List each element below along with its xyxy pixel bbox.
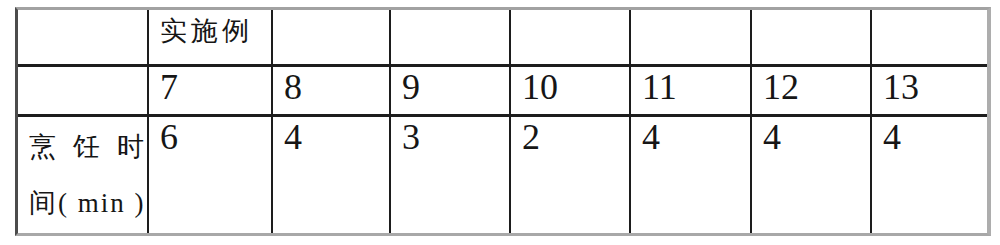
- row-label-cooking-time: 烹饪时 间( min ): [18, 115, 148, 233]
- embodiment-number-cell: 12: [751, 65, 871, 115]
- table-row: 7 8 9 10 11 12 13: [18, 65, 987, 115]
- empty-corner-cell: [18, 10, 148, 65]
- embodiment-number-cell: 9: [390, 65, 510, 115]
- header-embodiment-cell: 实施例: [148, 10, 272, 65]
- cooking-time-cell: 2: [510, 115, 630, 233]
- table-row: 实施例: [18, 10, 987, 65]
- embodiment-number-cell: 7: [148, 65, 272, 115]
- empty-cell: [272, 10, 390, 65]
- embodiment-number-cell: 8: [272, 65, 390, 115]
- patent-data-table: 实施例 7 8 9 10 11 12 13 烹饪时 间( min ) 6 4 3: [15, 7, 991, 236]
- embodiment-cooking-time-table: 实施例 7 8 9 10 11 12 13 烹饪时 间( min ) 6 4 3: [18, 10, 987, 233]
- cooking-time-cell: 4: [751, 115, 871, 233]
- embodiment-number-cell: 13: [871, 65, 987, 115]
- cooking-time-cell: 4: [272, 115, 390, 233]
- embodiment-number-cell: 10: [510, 65, 630, 115]
- empty-cell: [510, 10, 630, 65]
- cooking-time-cell: 3: [390, 115, 510, 233]
- empty-cell: [18, 65, 148, 115]
- row-label-line2: 间( min ): [29, 176, 141, 231]
- empty-cell: [871, 10, 987, 65]
- cooking-time-cell: 6: [148, 115, 272, 233]
- table-row: 烹饪时 间( min ) 6 4 3 2 4 4 4: [18, 115, 987, 233]
- embodiment-number-cell: 11: [630, 65, 751, 115]
- empty-cell: [630, 10, 751, 65]
- cooking-time-cell: 4: [871, 115, 987, 233]
- row-label-line1: 烹饪时: [29, 119, 141, 176]
- cooking-time-cell: 4: [630, 115, 751, 233]
- empty-cell: [390, 10, 510, 65]
- empty-cell: [751, 10, 871, 65]
